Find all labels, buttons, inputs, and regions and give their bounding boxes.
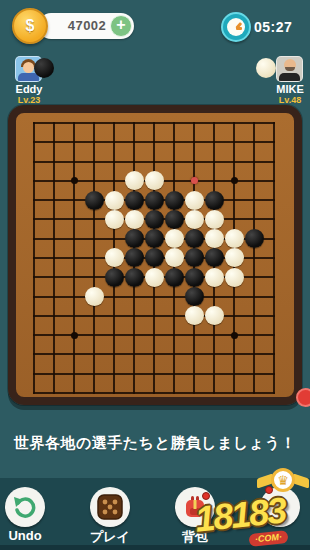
- game-timer: 05:27: [254, 19, 308, 35]
- floating-red-badge[interactable]: [296, 388, 310, 407]
- black-stone: [145, 210, 164, 229]
- white-stone: [145, 171, 164, 190]
- bottom-toolbar: Undo プレイ 背包: [0, 478, 310, 550]
- black-stone: [145, 248, 164, 267]
- black-stone: [125, 191, 144, 210]
- white-stone: [185, 191, 204, 210]
- coin-symbol: $: [14, 10, 46, 42]
- white-stone: [185, 210, 204, 229]
- lobby-message: 世界各地の選手たちと勝負しましょう！: [0, 434, 310, 453]
- undo-label: Undo: [0, 528, 60, 543]
- white-stone: [105, 248, 124, 267]
- player-right-name: MIKE: [262, 83, 310, 95]
- avatar-face: [23, 62, 34, 73]
- player-left-name: Eddy: [1, 83, 57, 95]
- black-stone: [125, 268, 144, 287]
- bonus-button[interactable]: [260, 487, 300, 527]
- white-stone: [225, 229, 244, 248]
- black-stone: [165, 268, 184, 287]
- red-marker: [191, 177, 198, 184]
- white-stone: [85, 287, 104, 306]
- player-left-level: Lv.23: [1, 95, 57, 105]
- white-stone-indicator: [256, 58, 276, 78]
- white-stone: [145, 268, 164, 287]
- white-stone: [205, 210, 224, 229]
- coin-icon: $: [12, 8, 48, 44]
- avatar-beard: [285, 67, 295, 71]
- white-stone: [105, 210, 124, 229]
- add-coins-button[interactable]: +: [110, 15, 132, 37]
- black-stone: [105, 268, 124, 287]
- plus-icon: +: [111, 15, 131, 35]
- white-stone: [225, 268, 244, 287]
- star-point: [231, 332, 238, 339]
- undo-button[interactable]: [5, 487, 45, 527]
- black-stone: [165, 210, 184, 229]
- black-stone-indicator: [34, 58, 54, 78]
- white-stone: [185, 306, 204, 325]
- black-stone: [185, 248, 204, 267]
- backpack-button[interactable]: [175, 487, 215, 527]
- white-stone: [165, 248, 184, 267]
- star-point: [231, 177, 238, 184]
- white-stone: [205, 229, 224, 248]
- black-stone: [185, 287, 204, 306]
- player-right-avatar[interactable]: [276, 56, 303, 82]
- backpack-icon: [182, 494, 208, 520]
- white-stone: [125, 171, 144, 190]
- white-stone: [205, 268, 224, 287]
- black-stone: [205, 191, 224, 210]
- black-stone: [125, 248, 144, 267]
- undo-icon: [12, 494, 38, 520]
- white-stone: [165, 229, 184, 248]
- black-stone: [85, 191, 104, 210]
- black-stone: [185, 229, 204, 248]
- bottom-strip: [0, 545, 310, 550]
- white-stone: [225, 248, 244, 267]
- star-point: [71, 332, 78, 339]
- black-stone: [145, 229, 164, 248]
- play-label: プレイ: [75, 528, 145, 546]
- black-stone: [165, 191, 184, 210]
- board-grid[interactable]: [33, 122, 275, 394]
- white-stone: [105, 191, 124, 210]
- game-screen: 47002 $ + 05:27 Eddy Lv.23 MIKE Lv.48 世界…: [0, 0, 310, 550]
- player-right-level: Lv.48: [262, 95, 310, 105]
- black-stone: [245, 229, 264, 248]
- gomoku-board[interactable]: [8, 105, 302, 405]
- clock-minute-hand: [236, 27, 242, 30]
- white-stone: [205, 306, 224, 325]
- avatar-shirt: [279, 73, 300, 81]
- star-point: [71, 177, 78, 184]
- black-stone: [145, 191, 164, 210]
- black-stone: [185, 268, 204, 287]
- black-stone: [125, 229, 144, 248]
- board-icon: [97, 494, 123, 520]
- clock-icon: [221, 12, 251, 42]
- play-button[interactable]: [90, 487, 130, 527]
- backpack-label: 背包: [160, 528, 230, 546]
- black-stone: [205, 248, 224, 267]
- white-stone: [125, 210, 144, 229]
